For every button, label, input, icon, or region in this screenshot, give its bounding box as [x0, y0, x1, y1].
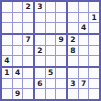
- cell-r2c8[interactable]: [79, 13, 89, 23]
- cell-r2c1[interactable]: [2, 13, 12, 23]
- cell-r5c2[interactable]: [13, 46, 23, 56]
- cell-r8c5[interactable]: [46, 79, 56, 89]
- cell-r4c4[interactable]: [35, 35, 45, 45]
- box-8: 56: [35, 68, 66, 99]
- cell-r9c4[interactable]: [35, 89, 45, 99]
- cell-r5c3[interactable]: [23, 46, 33, 56]
- cell-r7c2: 4: [13, 68, 23, 78]
- cell-r2c4[interactable]: [35, 13, 45, 23]
- cell-r9c9[interactable]: [89, 89, 99, 99]
- cell-r9c7[interactable]: [68, 89, 78, 99]
- cell-r3c4[interactable]: [35, 23, 45, 33]
- cell-r4c7: 2: [68, 35, 78, 45]
- cell-r6c8[interactable]: [79, 56, 89, 66]
- box-7: 149: [2, 68, 33, 99]
- cell-r7c3[interactable]: [23, 68, 33, 78]
- cell-r1c2[interactable]: [13, 2, 23, 12]
- sudoku-board: 23147492281495637: [0, 0, 101, 101]
- cell-r3c5[interactable]: [46, 23, 56, 33]
- cell-r7c6[interactable]: [56, 68, 66, 78]
- cell-r5c6[interactable]: [56, 46, 66, 56]
- cell-r9c2: 9: [13, 89, 23, 99]
- cell-r7c1: 1: [2, 68, 12, 78]
- cell-r1c8[interactable]: [79, 2, 89, 12]
- cell-r9c1[interactable]: [2, 89, 12, 99]
- cell-r2c2[interactable]: [13, 13, 23, 23]
- cell-r8c7: 3: [68, 79, 78, 89]
- cell-r1c9[interactable]: [89, 2, 99, 12]
- cell-r3c7[interactable]: [68, 23, 78, 33]
- cell-r6c4[interactable]: [35, 56, 45, 66]
- cell-r3c3[interactable]: [23, 23, 33, 33]
- cell-r1c7[interactable]: [68, 2, 78, 12]
- cell-r4c1[interactable]: [2, 35, 12, 45]
- cell-r3c2[interactable]: [13, 23, 23, 33]
- box-5: 92: [35, 35, 66, 66]
- cell-r9c8[interactable]: [79, 89, 89, 99]
- cell-r7c7[interactable]: [68, 68, 78, 78]
- box-1: 2: [2, 2, 33, 33]
- cell-r4c3: 7: [23, 35, 33, 45]
- cell-r4c9[interactable]: [89, 35, 99, 45]
- cell-r7c4[interactable]: [35, 68, 45, 78]
- cell-r5c9[interactable]: [89, 46, 99, 56]
- cell-r1c3: 2: [23, 2, 33, 12]
- cell-r1c1[interactable]: [2, 2, 12, 12]
- box-9: 37: [68, 68, 99, 99]
- cell-r2c6[interactable]: [56, 13, 66, 23]
- cell-r6c7[interactable]: [68, 56, 78, 66]
- box-4: 74: [2, 35, 33, 66]
- cell-r3c6[interactable]: [56, 23, 66, 33]
- cell-r8c3[interactable]: [23, 79, 33, 89]
- cell-r9c6[interactable]: [56, 89, 66, 99]
- cell-r3c8: 4: [79, 23, 89, 33]
- cell-r6c9[interactable]: [89, 56, 99, 66]
- cell-r2c9: 1: [89, 13, 99, 23]
- cell-r4c8[interactable]: [79, 35, 89, 45]
- cell-r2c7[interactable]: [68, 13, 78, 23]
- box-3: 14: [68, 2, 99, 33]
- cell-r6c3[interactable]: [23, 56, 33, 66]
- cell-r1c4: 3: [35, 2, 45, 12]
- cell-r3c1[interactable]: [2, 23, 12, 33]
- cell-r7c9[interactable]: [89, 68, 99, 78]
- cell-r8c8: 7: [79, 79, 89, 89]
- cell-r7c5: 5: [46, 68, 56, 78]
- box-6: 28: [68, 35, 99, 66]
- cell-r6c5[interactable]: [46, 56, 56, 66]
- cell-r8c1[interactable]: [2, 79, 12, 89]
- cell-r6c6[interactable]: [56, 56, 66, 66]
- box-2: 3: [35, 2, 66, 33]
- cell-r7c8[interactable]: [79, 68, 89, 78]
- cell-r5c4: 2: [35, 46, 45, 56]
- cell-r5c1[interactable]: [2, 46, 12, 56]
- cell-r1c6[interactable]: [56, 2, 66, 12]
- cell-r9c5[interactable]: [46, 89, 56, 99]
- cell-r6c1: 4: [2, 56, 12, 66]
- cell-r4c2[interactable]: [13, 35, 23, 45]
- cell-r2c3[interactable]: [23, 13, 33, 23]
- cell-r5c7: 8: [68, 46, 78, 56]
- cell-r8c9[interactable]: [89, 79, 99, 89]
- cell-r6c2[interactable]: [13, 56, 23, 66]
- cell-r9c3[interactable]: [23, 89, 33, 99]
- cell-r8c4: 6: [35, 79, 45, 89]
- cell-r5c8[interactable]: [79, 46, 89, 56]
- cell-r1c5[interactable]: [46, 2, 56, 12]
- cell-r2c5[interactable]: [46, 13, 56, 23]
- cell-r5c5[interactable]: [46, 46, 56, 56]
- cell-r8c2[interactable]: [13, 79, 23, 89]
- cell-r3c9[interactable]: [89, 23, 99, 33]
- cell-r8c6[interactable]: [56, 79, 66, 89]
- cell-r4c5[interactable]: [46, 35, 56, 45]
- cell-r4c6: 9: [56, 35, 66, 45]
